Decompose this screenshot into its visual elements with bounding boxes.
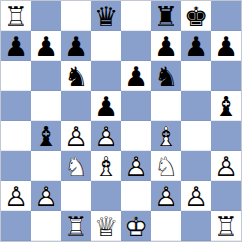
piece-black-pawn[interactable]: ♟ [211,31,241,61]
piece-white-pawn[interactable]: ♟♙ [121,151,151,181]
white-rook-outline-glyph: ♖ [61,211,91,241]
square-f3[interactable]: ♞♘ [151,151,181,181]
square-e1[interactable]: ♚♔ [121,211,151,241]
square-d2[interactable] [91,181,121,211]
square-h3[interactable]: ♟♙ [211,151,241,181]
piece-black-knight[interactable]: ♞ [61,61,91,91]
square-e3[interactable]: ♟♙ [121,151,151,181]
square-g4[interactable] [181,121,211,151]
square-a3[interactable] [1,151,31,181]
square-d6[interactable] [91,61,121,91]
black-bishop-glyph: ♝ [31,121,61,151]
piece-white-pawn[interactable]: ♟♙ [211,151,241,181]
black-pawn-glyph: ♟ [91,91,121,121]
piece-black-king[interactable]: ♚ [181,1,211,31]
piece-black-bishop[interactable]: ♝ [31,121,61,151]
square-g1[interactable] [181,211,211,241]
square-h6[interactable] [211,61,241,91]
black-pawn-glyph: ♟ [1,31,31,61]
piece-white-rook[interactable]: ♜♖ [61,211,91,241]
piece-white-pawn[interactable]: ♟♙ [1,181,31,211]
square-b1[interactable] [31,211,61,241]
square-b7[interactable]: ♟ [31,31,61,61]
square-h8[interactable] [211,1,241,31]
white-knight-outline-glyph: ♘ [151,151,181,181]
black-knight-glyph: ♞ [151,61,181,91]
square-c5[interactable] [61,91,91,121]
piece-black-pawn[interactable]: ♟ [1,31,31,61]
square-e5[interactable] [121,91,151,121]
white-pawn-outline-glyph: ♙ [1,181,31,211]
piece-black-pawn[interactable]: ♟ [61,31,91,61]
white-pawn-outline-glyph: ♙ [91,121,121,151]
piece-white-pawn[interactable]: ♟♙ [31,181,61,211]
piece-white-pawn[interactable]: ♟♙ [91,121,121,151]
square-c3[interactable]: ♞♘ [61,151,91,181]
square-g5[interactable] [181,91,211,121]
black-bishop-glyph: ♝ [211,91,241,121]
black-pawn-glyph: ♟ [121,61,151,91]
square-f2[interactable]: ♟♙ [151,181,181,211]
piece-white-pawn[interactable]: ♟♙ [61,121,91,151]
square-a8[interactable]: ♜♖ [1,1,31,31]
square-d7[interactable] [91,31,121,61]
square-e4[interactable] [121,121,151,151]
square-h7[interactable]: ♟ [211,31,241,61]
square-c2[interactable] [61,181,91,211]
white-pawn-outline-glyph: ♙ [121,151,151,181]
square-f1[interactable] [151,211,181,241]
piece-black-knight[interactable]: ♞ [151,61,181,91]
square-a1[interactable] [1,211,31,241]
square-g7[interactable]: ♟ [181,31,211,61]
piece-black-pawn[interactable]: ♟ [31,31,61,61]
piece-black-pawn[interactable]: ♟ [121,61,151,91]
square-c8[interactable] [61,1,91,31]
piece-white-bishop[interactable]: ♝♗ [151,121,181,151]
piece-black-pawn[interactable]: ♟ [151,31,181,61]
square-f8[interactable]: ♜ [151,1,181,31]
black-pawn-glyph: ♟ [31,31,61,61]
black-pawn-glyph: ♟ [61,31,91,61]
black-pawn-glyph: ♟ [151,31,181,61]
square-a5[interactable] [1,91,31,121]
square-f5[interactable] [151,91,181,121]
square-h1[interactable]: ♜♖ [211,211,241,241]
piece-white-knight[interactable]: ♞♘ [61,151,91,181]
black-rook-glyph: ♜ [151,1,181,31]
piece-white-knight[interactable]: ♞♘ [151,151,181,181]
white-rook-outline-glyph: ♖ [211,211,241,241]
square-f7[interactable]: ♟ [151,31,181,61]
square-e2[interactable] [121,181,151,211]
square-b4[interactable]: ♝ [31,121,61,151]
square-b3[interactable] [31,151,61,181]
square-c6[interactable]: ♞ [61,61,91,91]
square-h2[interactable] [211,181,241,211]
black-knight-glyph: ♞ [61,61,91,91]
piece-black-bishop[interactable]: ♝ [211,91,241,121]
square-a2[interactable]: ♟♙ [1,181,31,211]
white-bishop-outline-glyph: ♗ [91,151,121,181]
square-b2[interactable]: ♟♙ [31,181,61,211]
square-e6[interactable]: ♟ [121,61,151,91]
piece-white-bishop[interactable]: ♝♗ [91,151,121,181]
square-d1[interactable]: ♛♕ [91,211,121,241]
piece-white-king[interactable]: ♚♔ [121,211,151,241]
square-a7[interactable]: ♟ [1,31,31,61]
square-h4[interactable] [211,121,241,151]
square-e7[interactable] [121,31,151,61]
white-pawn-outline-glyph: ♙ [211,151,241,181]
white-queen-outline-glyph: ♕ [91,211,121,241]
piece-black-rook[interactable]: ♜ [151,1,181,31]
square-f4[interactable]: ♝♗ [151,121,181,151]
square-c4[interactable]: ♟♙ [61,121,91,151]
piece-white-rook[interactable]: ♜♖ [211,211,241,241]
square-d8[interactable]: ♛ [91,1,121,31]
white-rook-outline-glyph: ♖ [1,1,31,31]
piece-black-pawn[interactable]: ♟ [91,91,121,121]
white-knight-outline-glyph: ♘ [61,151,91,181]
piece-black-queen[interactable]: ♛ [91,1,121,31]
white-pawn-outline-glyph: ♙ [31,181,61,211]
white-king-outline-glyph: ♔ [121,211,151,241]
square-g2[interactable]: ♟♙ [181,181,211,211]
square-g8[interactable]: ♚ [181,1,211,31]
white-pawn-outline-glyph: ♙ [181,181,211,211]
white-bishop-outline-glyph: ♗ [151,121,181,151]
square-b8[interactable] [31,1,61,31]
square-b5[interactable] [31,91,61,121]
piece-white-pawn[interactable]: ♟♙ [151,181,181,211]
square-c1[interactable]: ♜♖ [61,211,91,241]
square-d3[interactable]: ♝♗ [91,151,121,181]
square-h5[interactable]: ♝ [211,91,241,121]
piece-white-rook[interactable]: ♜♖ [1,1,31,31]
square-f6[interactable]: ♞ [151,61,181,91]
square-e8[interactable] [121,1,151,31]
black-pawn-glyph: ♟ [211,31,241,61]
black-queen-glyph: ♛ [91,1,121,31]
piece-black-pawn[interactable]: ♟ [181,31,211,61]
square-a4[interactable] [1,121,31,151]
square-a6[interactable] [1,61,31,91]
piece-white-queen[interactable]: ♛♕ [91,211,121,241]
square-d4[interactable]: ♟♙ [91,121,121,151]
square-b6[interactable] [31,61,61,91]
chess-board: ♜♖♛♜♚♟♟♟♟♟♟♞♟♞♟♝♝♟♙♟♙♝♗♞♘♝♗♟♙♞♘♟♙♟♙♟♙♟♙♟… [0,0,242,242]
black-pawn-glyph: ♟ [181,31,211,61]
white-pawn-outline-glyph: ♙ [61,121,91,151]
square-g6[interactable] [181,61,211,91]
square-d5[interactable]: ♟ [91,91,121,121]
white-pawn-outline-glyph: ♙ [151,181,181,211]
square-g3[interactable] [181,151,211,181]
black-king-glyph: ♚ [181,1,211,31]
square-c7[interactable]: ♟ [61,31,91,61]
piece-white-pawn[interactable]: ♟♙ [181,181,211,211]
